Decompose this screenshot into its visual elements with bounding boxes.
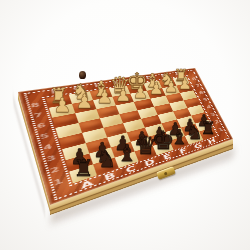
back-hinge-knob [79,71,86,79]
rank-label: 8 [188,75,200,83]
rank-label: 8 [25,99,46,112]
rank-label: 7 [192,81,204,89]
rank-label: 6 [31,118,52,132]
rank-label: 2 [210,117,223,127]
rank-label: 1 [47,173,69,191]
rank-label: 4 [37,139,58,155]
rank-label: 7 [28,108,49,121]
rank-label: 2 [44,161,66,178]
rank-label: 5 [34,129,55,144]
rank-label: 3 [40,150,62,166]
rank-label: 1 [214,124,227,134]
board-grid [46,76,217,183]
product-photo: ABCDEFGH HGFEDCBA 87654321 87654321 ♜♞♝♛… [0,0,250,250]
rank-label: 6 [195,88,207,97]
rank-label: 3 [206,109,219,119]
rank-label: 5 [199,95,211,104]
rank-label: 4 [203,102,216,111]
